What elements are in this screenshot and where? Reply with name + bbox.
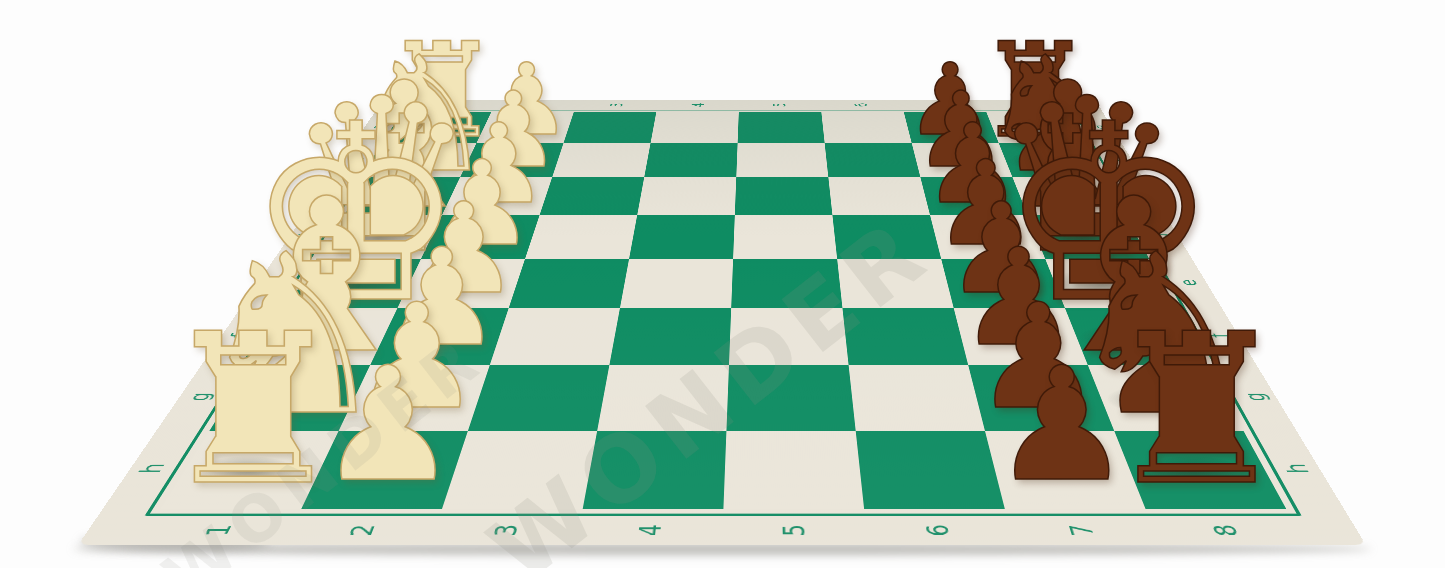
file-label-left-h: h (135, 463, 169, 473)
rank-label-near-7: 7 (1066, 525, 1099, 537)
file-label-right-h: h (1281, 463, 1315, 473)
rank-label-near-1: 1 (201, 525, 237, 537)
rank-label-far-7: 7 (934, 103, 952, 107)
chess-board-mat: 1122334455667788aabbccddeeffgghh (78, 100, 1366, 545)
file-label-right-d: d (1150, 234, 1174, 240)
rank-label-near-3: 3 (490, 525, 523, 537)
file-label-left-e: e (262, 280, 288, 286)
file-label-right-a: a (1088, 125, 1108, 129)
rank-label-far-2: 2 (526, 103, 544, 107)
file-label-right-c: c (1127, 193, 1149, 197)
rank-label-far-6: 6 (853, 103, 870, 107)
file-label-left-g: g (184, 393, 215, 402)
rank-label-far-1: 1 (445, 103, 464, 107)
rank-label-far-5: 5 (771, 103, 788, 107)
rank-label-near-8: 8 (1209, 525, 1244, 537)
rank-label-near-5: 5 (780, 525, 810, 537)
rank-label-far-3: 3 (608, 103, 626, 107)
rank-label-far-4: 4 (690, 103, 707, 107)
rank-label-far-8: 8 (1015, 103, 1033, 107)
file-label-left-f: f (227, 334, 253, 338)
file-label-left-c: c (322, 193, 344, 197)
rank-label-near-6: 6 (923, 525, 955, 537)
file-label-left-a: a (369, 125, 389, 129)
board-frame-line (145, 110, 1302, 516)
file-label-left-b: b (346, 157, 367, 161)
file-label-right-e: e (1176, 280, 1202, 286)
file-label-left-d: d (294, 234, 318, 240)
file-label-right-b: b (1106, 157, 1127, 161)
rank-label-near-4: 4 (635, 525, 666, 537)
rank-label-near-2: 2 (346, 525, 380, 537)
chess-set-photo: 1122334455667788aabbccddeeffgghh ♜♞♝♛♚♝♞… (0, 0, 1445, 568)
file-label-right-g: g (1240, 393, 1271, 402)
file-label-right-f: f (1207, 334, 1233, 338)
